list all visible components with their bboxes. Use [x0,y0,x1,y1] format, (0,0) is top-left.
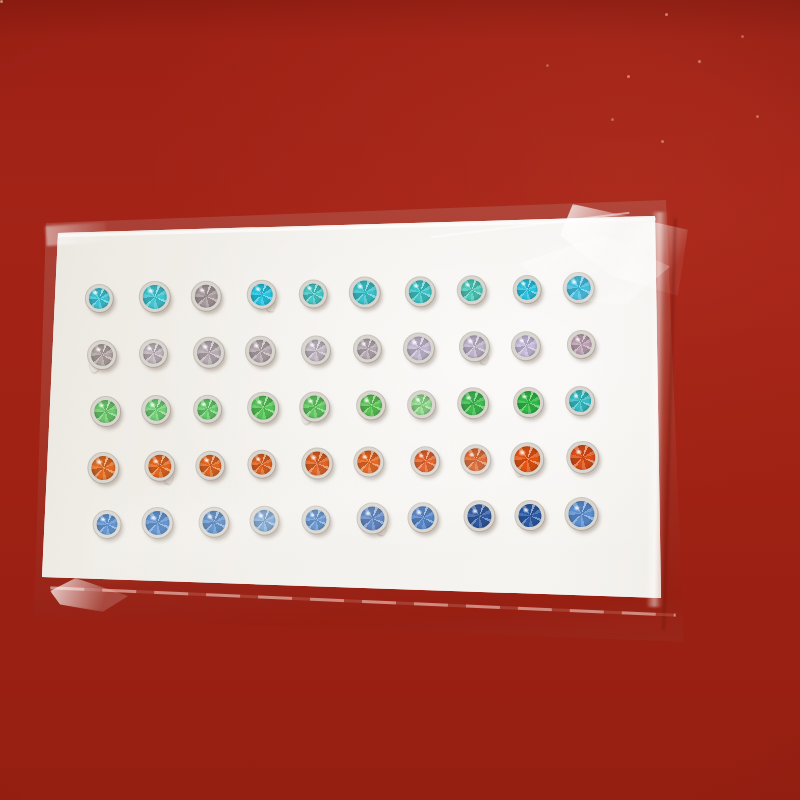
stud-earring-r4-c10 [567,442,599,474]
stud-earring-r3-c8 [457,388,488,419]
stud-earring-r4-c7 [411,447,440,476]
stud-earring-r1-c10 [563,273,594,304]
stud-earring-r5-c5 [302,506,330,534]
stud-earring-r5-c7 [408,503,438,533]
stud-earring-r3-c6 [356,391,385,420]
stud-earring-r3-c1 [90,396,120,426]
stud-earring-r1-c6 [349,277,380,308]
stud-earring-r2-c7 [403,333,434,364]
stud-earring-r2-c1 [88,340,117,369]
stud-earring-r2-c9 [511,331,540,360]
stud-earring-r5-c2 [142,508,173,539]
stud-earring-r3-c4 [248,393,279,424]
stud-earring-r3-c2 [142,396,171,425]
stud-earring-r1-c2 [140,282,171,313]
stud-earring-r4-c9 [511,443,544,476]
stud-earring-r2-c2 [139,340,167,368]
stud-earring-r5-c9 [515,501,545,531]
stud-earring-r3-c5 [300,392,330,422]
stud-earring-r3-c10 [566,387,595,416]
stud-earring-r2-c6 [354,335,382,363]
stud-earring-r4-c8 [461,445,491,475]
stud-earring-r1-c5 [299,280,327,308]
stud-earring-r5-c10 [565,498,598,531]
stud-earring-r1-c3 [191,281,221,311]
stud-earring-r2-c3 [194,337,225,368]
stud-earring-r4-c4 [248,451,276,479]
product-photo: Pack of 50 multicoloured crystal stud ea… [0,0,800,800]
stud-earring-r5-c1 [93,511,121,539]
stud-grid [74,254,610,545]
dust-specks [0,0,3,3]
stud-earring-r5-c3 [199,507,229,537]
stud-earring-r1-c8 [457,276,486,305]
stud-earring-r5-c4 [251,507,280,536]
stud-earring-r1-c7 [406,277,436,307]
stud-earring-r5-c8 [464,501,495,532]
stud-earring-r1-c9 [514,275,542,303]
stud-earring-r2-c4 [245,336,275,366]
stud-earring-r4-c1 [88,452,119,483]
stud-earring-r3-c9 [514,387,544,417]
stud-earring-r4-c6 [354,447,384,477]
stud-earring-r4-c5 [302,448,333,479]
stud-earring-r2-c10 [568,331,596,359]
stud-earring-r3-c3 [194,395,222,423]
stud-earring-r2-c5 [302,336,331,365]
stud-earring-r3-c7 [408,391,436,419]
stud-earring-r1-c1 [85,284,113,312]
stud-earring-r4-c3 [196,451,225,480]
